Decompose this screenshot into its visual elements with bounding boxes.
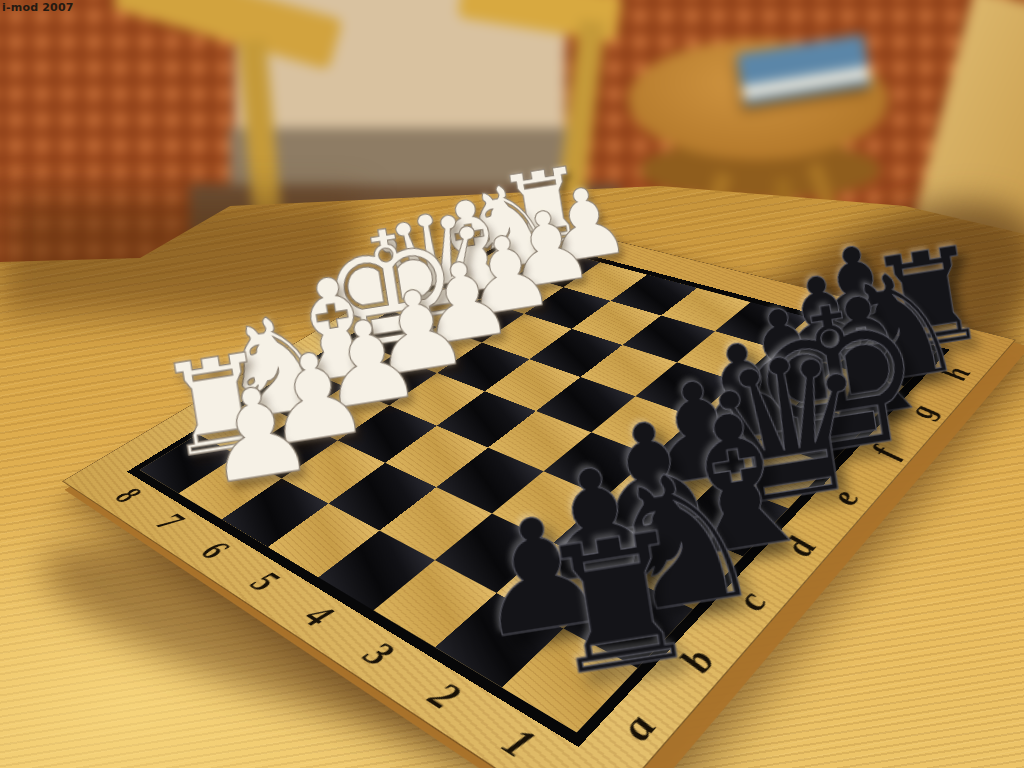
watermark-text: i-mod 2007 — [2, 1, 74, 14]
white-pawn-a7[interactable]: ♟ — [193, 370, 286, 502]
scene: 87654321 ♜♞♝♚♛♝♞♜♟♟♟♟♟♟♟♟♟♟♟♟♟♟♟♟♜♞♝♛♚♝♞… — [0, 0, 1024, 768]
black-rook-a1[interactable]: ♜ — [527, 515, 653, 704]
